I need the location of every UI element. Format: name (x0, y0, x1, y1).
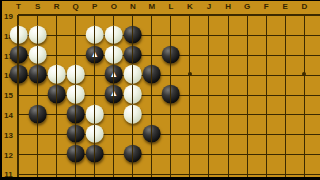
intersection-M16[interactable] (142, 65, 161, 85)
intersection-M12[interactable] (142, 145, 161, 165)
intersection-H17[interactable] (219, 46, 238, 66)
intersection-E17[interactable] (276, 46, 295, 66)
intersection-F11[interactable] (257, 164, 276, 177)
intersection-K16[interactable] (180, 65, 199, 85)
white-stone-P13 (85, 124, 104, 143)
intersection-F17[interactable] (257, 46, 276, 66)
intersection-N18[interactable] (123, 26, 142, 46)
intersection-N17[interactable] (123, 46, 142, 66)
intersection-J15[interactable] (199, 85, 218, 105)
black-stone-L17 (162, 45, 181, 64)
intersection-M17[interactable] (142, 46, 161, 66)
intersection-E13[interactable] (276, 125, 295, 145)
intersection-F16[interactable] (257, 65, 276, 85)
intersection-E16[interactable] (276, 65, 295, 85)
intersection-S14[interactable] (28, 105, 47, 125)
intersection-D19[interactable] (295, 6, 314, 26)
intersection-E18[interactable] (276, 26, 295, 46)
intersection-D13[interactable] (295, 125, 314, 145)
intersection-H13[interactable] (219, 125, 238, 145)
intersection-M15[interactable] (142, 85, 161, 105)
intersection-H15[interactable] (219, 85, 238, 105)
intersection-Q17[interactable] (66, 46, 85, 66)
intersection-M14[interactable] (142, 105, 161, 125)
intersection-H14[interactable] (219, 105, 238, 125)
intersection-G11[interactable] (238, 164, 257, 177)
intersection-S15[interactable] (28, 85, 47, 105)
intersection-J17[interactable] (199, 46, 218, 66)
board-continuation (314, 125, 320, 145)
intersection-G17[interactable] (238, 46, 257, 66)
white-stone-Q16 (66, 65, 85, 84)
intersection-T12[interactable] (9, 145, 28, 165)
board-grid: ▲▲▲ (9, 6, 320, 177)
intersection-D17[interactable] (295, 46, 314, 66)
intersection-L16[interactable] (161, 65, 180, 85)
intersection-L12[interactable] (161, 145, 180, 165)
intersection-N16[interactable] (123, 65, 142, 85)
intersection-O16[interactable]: ▲ (104, 65, 123, 85)
intersection-L14[interactable] (161, 105, 180, 125)
intersection-E15[interactable] (276, 85, 295, 105)
white-stone-Q15 (66, 85, 85, 104)
intersection-M18[interactable] (142, 26, 161, 46)
intersection-H11[interactable] (219, 164, 238, 177)
black-stone-R15 (47, 85, 66, 104)
white-stone-N16 (124, 65, 143, 84)
white-stone-S18 (28, 25, 47, 44)
intersection-J18[interactable] (199, 26, 218, 46)
intersection-Q11[interactable] (66, 164, 85, 177)
intersection-G16[interactable] (238, 65, 257, 85)
white-stone-P18 (85, 25, 104, 44)
go-board: TSRQPONMLKJHGFED 191817161514131211 ▲▲▲ (2, 1, 320, 177)
intersection-R13[interactable] (47, 125, 66, 145)
intersection-F19[interactable] (257, 6, 276, 26)
black-stone-T17 (9, 45, 28, 64)
intersection-R14[interactable] (47, 105, 66, 125)
intersection-G15[interactable] (238, 85, 257, 105)
black-stone-Q13 (66, 124, 85, 143)
board-continuation (314, 85, 320, 105)
intersection-O17[interactable] (104, 46, 123, 66)
intersection-P12[interactable] (85, 145, 104, 165)
white-stone-R16 (47, 65, 66, 84)
intersection-T16[interactable] (9, 65, 28, 85)
intersection-Q12[interactable] (66, 145, 85, 165)
intersection-T19[interactable] (9, 6, 28, 26)
intersection-J16[interactable] (199, 65, 218, 85)
intersection-K18[interactable] (180, 26, 199, 46)
intersection-K19[interactable] (180, 6, 199, 26)
intersection-P11[interactable] (85, 164, 104, 177)
intersection-L17[interactable] (161, 46, 180, 66)
black-stone-O15: ▲ (104, 85, 123, 104)
board-continuation (314, 6, 320, 26)
intersection-Q18[interactable] (66, 26, 85, 46)
intersection-S11[interactable] (28, 164, 47, 177)
intersection-N19[interactable] (123, 6, 142, 26)
black-stone-P12 (85, 144, 104, 163)
board-continuation (314, 145, 320, 165)
intersection-M11[interactable] (142, 164, 161, 177)
black-stone-N12 (124, 144, 143, 163)
black-stone-P17: ▲ (85, 45, 104, 64)
intersection-N12[interactable] (123, 145, 142, 165)
board-continuation (314, 105, 320, 125)
black-stone-N17 (124, 45, 143, 64)
intersection-D15[interactable] (295, 85, 314, 105)
intersection-P17[interactable]: ▲ (85, 46, 104, 66)
intersection-S13[interactable] (28, 125, 47, 145)
board-continuation (314, 26, 320, 46)
intersection-T17[interactable] (9, 46, 28, 66)
white-stone-O17 (104, 45, 123, 64)
star-point-K16 (188, 72, 192, 76)
intersection-J12[interactable] (199, 145, 218, 165)
intersection-K14[interactable] (180, 105, 199, 125)
intersection-H12[interactable] (219, 145, 238, 165)
intersection-G19[interactable] (238, 6, 257, 26)
intersection-P18[interactable] (85, 26, 104, 46)
black-stone-O16: ▲ (104, 65, 123, 84)
intersection-F14[interactable] (257, 105, 276, 125)
black-stone-M16 (143, 65, 162, 84)
intersection-O11[interactable] (104, 164, 123, 177)
intersection-F18[interactable] (257, 26, 276, 46)
intersection-T11[interactable] (9, 164, 28, 177)
intersection-J19[interactable] (199, 6, 218, 26)
intersection-H16[interactable] (219, 65, 238, 85)
intersection-S12[interactable] (28, 145, 47, 165)
intersection-L15[interactable] (161, 85, 180, 105)
white-stone-N15 (124, 85, 143, 104)
intersection-S16[interactable] (28, 65, 47, 85)
white-stone-S17 (28, 45, 47, 64)
intersection-J11[interactable] (199, 164, 218, 177)
triangle-mark-P17: ▲ (90, 50, 99, 59)
intersection-P13[interactable] (85, 125, 104, 145)
intersection-D11[interactable] (295, 164, 314, 177)
intersection-R19[interactable] (47, 6, 66, 26)
intersection-N14[interactable] (123, 105, 142, 125)
intersection-L13[interactable] (161, 125, 180, 145)
intersection-D12[interactable] (295, 145, 314, 165)
intersection-E14[interactable] (276, 105, 295, 125)
intersection-H19[interactable] (219, 6, 238, 26)
white-stone-N14 (124, 105, 143, 124)
white-stone-O18 (104, 25, 123, 44)
intersection-T18[interactable] (9, 26, 28, 46)
intersection-L18[interactable] (161, 26, 180, 46)
intersection-T14[interactable] (9, 105, 28, 125)
black-stone-N18 (124, 25, 143, 44)
intersection-K17[interactable] (180, 46, 199, 66)
intersection-R17[interactable] (47, 46, 66, 66)
intersection-R15[interactable] (47, 85, 66, 105)
board-continuation (314, 46, 320, 66)
intersection-E19[interactable] (276, 6, 295, 26)
white-stone-T18 (9, 25, 28, 44)
intersection-P19[interactable] (85, 6, 104, 26)
intersection-O19[interactable] (104, 6, 123, 26)
black-stone-Q12 (66, 144, 85, 163)
black-stone-Q14 (66, 105, 85, 124)
intersection-L11[interactable] (161, 164, 180, 177)
intersection-K11[interactable] (180, 164, 199, 177)
intersection-S18[interactable] (28, 26, 47, 46)
intersection-Q16[interactable] (66, 65, 85, 85)
intersection-Q19[interactable] (66, 6, 85, 26)
intersection-D14[interactable] (295, 105, 314, 125)
intersection-Q15[interactable] (66, 85, 85, 105)
black-stone-L15 (162, 85, 181, 104)
black-stone-M13 (143, 124, 162, 143)
black-stone-S16 (28, 65, 47, 84)
intersection-G18[interactable] (238, 26, 257, 46)
intersection-G12[interactable] (238, 145, 257, 165)
white-stone-P14 (85, 105, 104, 124)
intersection-G14[interactable] (238, 105, 257, 125)
black-stone-S14 (28, 105, 47, 124)
intersection-N13[interactable] (123, 125, 142, 145)
intersection-T15[interactable] (9, 85, 28, 105)
intersection-O14[interactable] (104, 105, 123, 125)
intersection-F13[interactable] (257, 125, 276, 145)
intersection-O18[interactable] (104, 26, 123, 46)
intersection-O15[interactable]: ▲ (104, 85, 123, 105)
intersection-S17[interactable] (28, 46, 47, 66)
intersection-R11[interactable] (47, 164, 66, 177)
intersection-J13[interactable] (199, 125, 218, 145)
intersection-K12[interactable] (180, 145, 199, 165)
intersection-Q14[interactable] (66, 105, 85, 125)
intersection-R12[interactable] (47, 145, 66, 165)
intersection-O12[interactable] (104, 145, 123, 165)
triangle-mark-O15: ▲ (109, 89, 118, 98)
intersection-T13[interactable] (9, 125, 28, 145)
intersection-K15[interactable] (180, 85, 199, 105)
intersection-H18[interactable] (219, 26, 238, 46)
intersection-O13[interactable] (104, 125, 123, 145)
intersection-L19[interactable] (161, 6, 180, 26)
intersection-G13[interactable] (238, 125, 257, 145)
intersection-E12[interactable] (276, 145, 295, 165)
intersection-E11[interactable] (276, 164, 295, 177)
intersection-P14[interactable] (85, 105, 104, 125)
intersection-M13[interactable] (142, 125, 161, 145)
star-point-D16 (302, 72, 306, 76)
intersection-R16[interactable] (47, 65, 66, 85)
intersection-S19[interactable] (28, 6, 47, 26)
intersection-F15[interactable] (257, 85, 276, 105)
intersection-D16[interactable] (295, 65, 314, 85)
intersection-D18[interactable] (295, 26, 314, 46)
intersection-P16[interactable] (85, 65, 104, 85)
black-stone-T16 (9, 65, 28, 84)
intersection-Q13[interactable] (66, 125, 85, 145)
board-continuation (314, 65, 320, 85)
intersection-M19[interactable] (142, 6, 161, 26)
triangle-mark-O16: ▲ (109, 69, 118, 78)
intersection-K13[interactable] (180, 125, 199, 145)
intersection-P15[interactable] (85, 85, 104, 105)
intersection-N11[interactable] (123, 164, 142, 177)
intersection-J14[interactable] (199, 105, 218, 125)
intersection-F12[interactable] (257, 145, 276, 165)
board-continuation (314, 164, 320, 177)
intersection-R18[interactable] (47, 26, 66, 46)
screenshot-root: TSRQPONMLKJHGFED 191817161514131211 ▲▲▲ (0, 0, 320, 180)
intersection-N15[interactable] (123, 85, 142, 105)
